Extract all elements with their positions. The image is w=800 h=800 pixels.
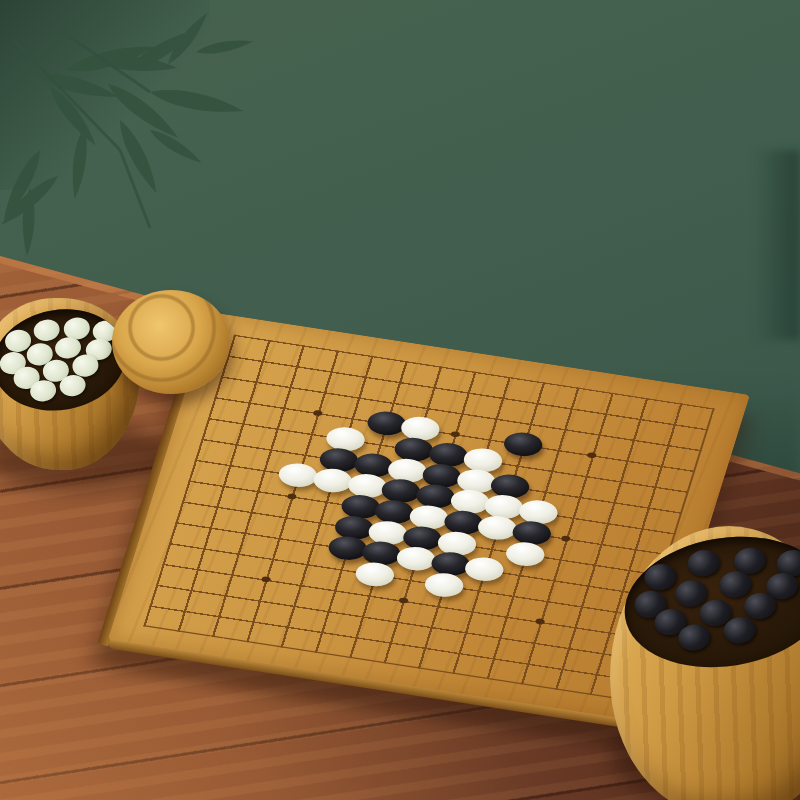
bowl-lid[interactable]: [112, 290, 230, 394]
star-point: [561, 535, 572, 542]
star-point: [535, 618, 546, 625]
white-stone[interactable]: [421, 571, 466, 600]
star-point: [587, 452, 598, 459]
black-stone-in-bowl[interactable]: [686, 548, 722, 579]
black-stone-bowl[interactable]: [610, 526, 800, 800]
scene: [0, 0, 800, 800]
white-stone[interactable]: [462, 555, 507, 584]
black-stone[interactable]: [501, 430, 546, 459]
star-point: [450, 431, 461, 438]
star-point: [260, 576, 271, 583]
white-stone[interactable]: [353, 560, 398, 589]
white-stone-in-bowl[interactable]: [32, 317, 61, 343]
star-point: [286, 493, 297, 500]
bamboo-leaves-decoration: [0, 0, 320, 260]
star-point: [398, 597, 409, 604]
white-stone[interactable]: [503, 540, 548, 569]
wall-right-shade: [754, 150, 800, 340]
star-point: [312, 409, 323, 416]
